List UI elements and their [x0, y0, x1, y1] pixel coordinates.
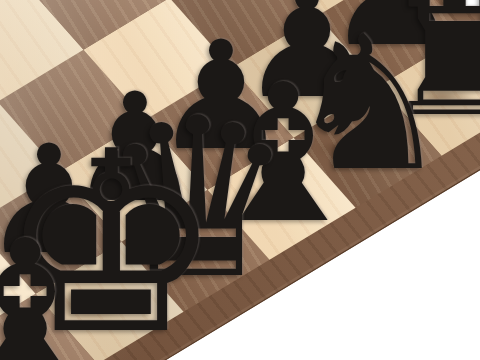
chess-photo-stage: ♜♞♝♛♚♝♟♟♟♟♟	[0, 0, 480, 360]
pieces-layer: ♜♞♝♛♚♝♟♟♟♟♟	[0, 0, 480, 360]
piece-black-bishop-f8: ♝	[0, 216, 120, 360]
